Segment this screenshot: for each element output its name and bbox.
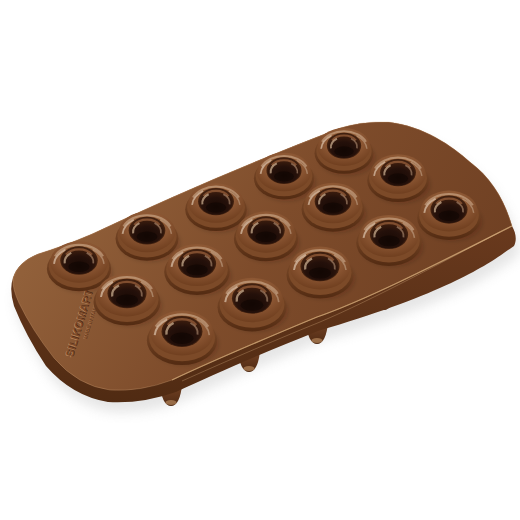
chocolate-mould-photo: SILIKOMART® SILIKOMART® SILIKOMART® MADE… — [0, 0, 520, 520]
product-photo-stage: SILIKOMART® SILIKOMART® SILIKOMART® MADE… — [0, 0, 520, 520]
